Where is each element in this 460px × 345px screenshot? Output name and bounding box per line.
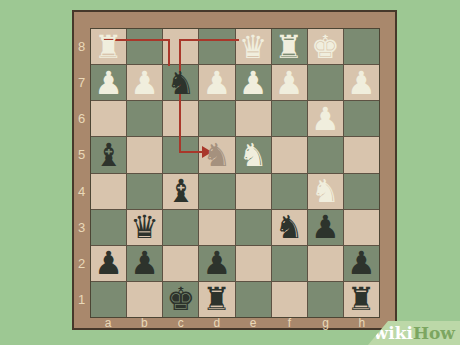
square-g1 <box>308 282 343 317</box>
square-c4: ♝ <box>163 174 198 209</box>
square-f5 <box>272 137 307 172</box>
square-e6 <box>236 101 271 136</box>
black-rook-h1: ♜ <box>347 283 376 315</box>
white-knight-g4: ♞ <box>311 175 340 207</box>
square-c5 <box>163 137 198 172</box>
white-queen-e8: ♛ <box>239 31 268 63</box>
square-b7: ♟ <box>127 65 162 100</box>
square-d4 <box>199 174 234 209</box>
square-f4 <box>272 174 307 209</box>
white-pawn-e7: ♟ <box>239 67 268 99</box>
square-b5 <box>127 137 162 172</box>
square-e8: ♛ <box>236 29 271 64</box>
rank-label-7: 7 <box>73 64 90 100</box>
black-queen-b3: ♛ <box>130 211 159 243</box>
white-rook-f8: ♜ <box>275 31 304 63</box>
square-g3: ♟ <box>308 210 343 245</box>
black-rook-d1: ♜ <box>203 283 232 315</box>
square-a7: ♟ <box>91 65 126 100</box>
square-g4: ♞ <box>308 174 343 209</box>
square-f8: ♜ <box>272 29 307 64</box>
black-pawn-h2: ♟ <box>347 247 376 279</box>
file-label-d: d <box>199 317 235 330</box>
square-a4 <box>91 174 126 209</box>
wikihow-chess-illustration: 87654321 abcdefgh ♜♛♜♚♟♟♞♟♟♟♟♟♝♞♞♝♞♛♞♟♟♟… <box>0 0 460 345</box>
square-h7: ♟ <box>344 65 379 100</box>
square-h2: ♟ <box>344 246 379 281</box>
white-pawn-g6: ♟ <box>311 103 340 135</box>
rank-labels: 87654321 <box>73 28 90 318</box>
square-d6 <box>199 101 234 136</box>
rank-label-2: 2 <box>73 246 90 282</box>
square-h8 <box>344 29 379 64</box>
square-h5 <box>344 137 379 172</box>
file-label-g: g <box>308 317 344 330</box>
file-label-e: e <box>235 317 271 330</box>
square-e1 <box>236 282 271 317</box>
square-c6 <box>163 101 198 136</box>
square-b1 <box>127 282 162 317</box>
black-pawn-g3: ♟ <box>311 211 340 243</box>
square-c3 <box>163 210 198 245</box>
square-h1: ♜ <box>344 282 379 317</box>
board-grid: ♜♛♜♚♟♟♞♟♟♟♟♟♝♞♞♝♞♛♞♟♟♟♟♟♚♜♜ <box>90 28 380 318</box>
white-rook-a8: ♜ <box>94 31 123 63</box>
square-h3 <box>344 210 379 245</box>
ghost-knight-d5: ♞ <box>203 139 232 171</box>
square-d7: ♟ <box>199 65 234 100</box>
black-bishop-c4: ♝ <box>166 175 195 207</box>
square-a2: ♟ <box>91 246 126 281</box>
square-d1: ♜ <box>199 282 234 317</box>
file-label-f: f <box>271 317 307 330</box>
square-g7 <box>308 65 343 100</box>
square-f2 <box>272 246 307 281</box>
white-pawn-a7: ♟ <box>94 67 123 99</box>
square-b4 <box>127 174 162 209</box>
square-d5: ♞ <box>199 137 234 172</box>
square-d8 <box>199 29 234 64</box>
square-f6 <box>272 101 307 136</box>
square-g8: ♚ <box>308 29 343 64</box>
square-c2 <box>163 246 198 281</box>
square-b6 <box>127 101 162 136</box>
black-knight-f3: ♞ <box>275 211 304 243</box>
black-knight-c7: ♞ <box>166 67 195 99</box>
rank-label-5: 5 <box>73 137 90 173</box>
white-pawn-f7: ♟ <box>275 67 304 99</box>
file-label-b: b <box>126 317 162 330</box>
square-b3: ♛ <box>127 210 162 245</box>
black-bishop-a5: ♝ <box>94 139 123 171</box>
rank-label-4: 4 <box>73 173 90 209</box>
rank-label-3: 3 <box>73 209 90 245</box>
white-pawn-d7: ♟ <box>203 67 232 99</box>
square-b2: ♟ <box>127 246 162 281</box>
white-pawn-h7: ♟ <box>347 67 376 99</box>
square-f3: ♞ <box>272 210 307 245</box>
black-pawn-a2: ♟ <box>94 247 123 279</box>
file-label-h: h <box>344 317 380 330</box>
rank-label-8: 8 <box>73 28 90 64</box>
black-pawn-b2: ♟ <box>130 247 159 279</box>
square-g6: ♟ <box>308 101 343 136</box>
black-pawn-d2: ♟ <box>203 247 232 279</box>
watermark-how-text: How <box>413 323 455 343</box>
square-f1 <box>272 282 307 317</box>
square-g5 <box>308 137 343 172</box>
white-pawn-b7: ♟ <box>130 67 159 99</box>
square-d3 <box>199 210 234 245</box>
file-label-c: c <box>163 317 199 330</box>
square-a1 <box>91 282 126 317</box>
square-f7: ♟ <box>272 65 307 100</box>
square-g2 <box>308 246 343 281</box>
square-b8 <box>127 29 162 64</box>
square-e2 <box>236 246 271 281</box>
rank-label-6: 6 <box>73 101 90 137</box>
square-c7: ♞ <box>163 65 198 100</box>
square-e3 <box>236 210 271 245</box>
file-label-a: a <box>90 317 126 330</box>
square-a5: ♝ <box>91 137 126 172</box>
square-a8: ♜ <box>91 29 126 64</box>
square-h4 <box>344 174 379 209</box>
white-knight-e5: ♞ <box>239 139 268 171</box>
square-a3 <box>91 210 126 245</box>
square-a6 <box>91 101 126 136</box>
square-d2: ♟ <box>199 246 234 281</box>
white-king-g8: ♚ <box>311 31 340 63</box>
rank-label-1: 1 <box>73 282 90 318</box>
square-e5: ♞ <box>236 137 271 172</box>
black-king-c1: ♚ <box>166 283 195 315</box>
square-c8 <box>163 29 198 64</box>
square-h6 <box>344 101 379 136</box>
square-e7: ♟ <box>236 65 271 100</box>
file-labels: abcdefgh <box>90 317 380 330</box>
square-e4 <box>236 174 271 209</box>
square-c1: ♚ <box>163 282 198 317</box>
